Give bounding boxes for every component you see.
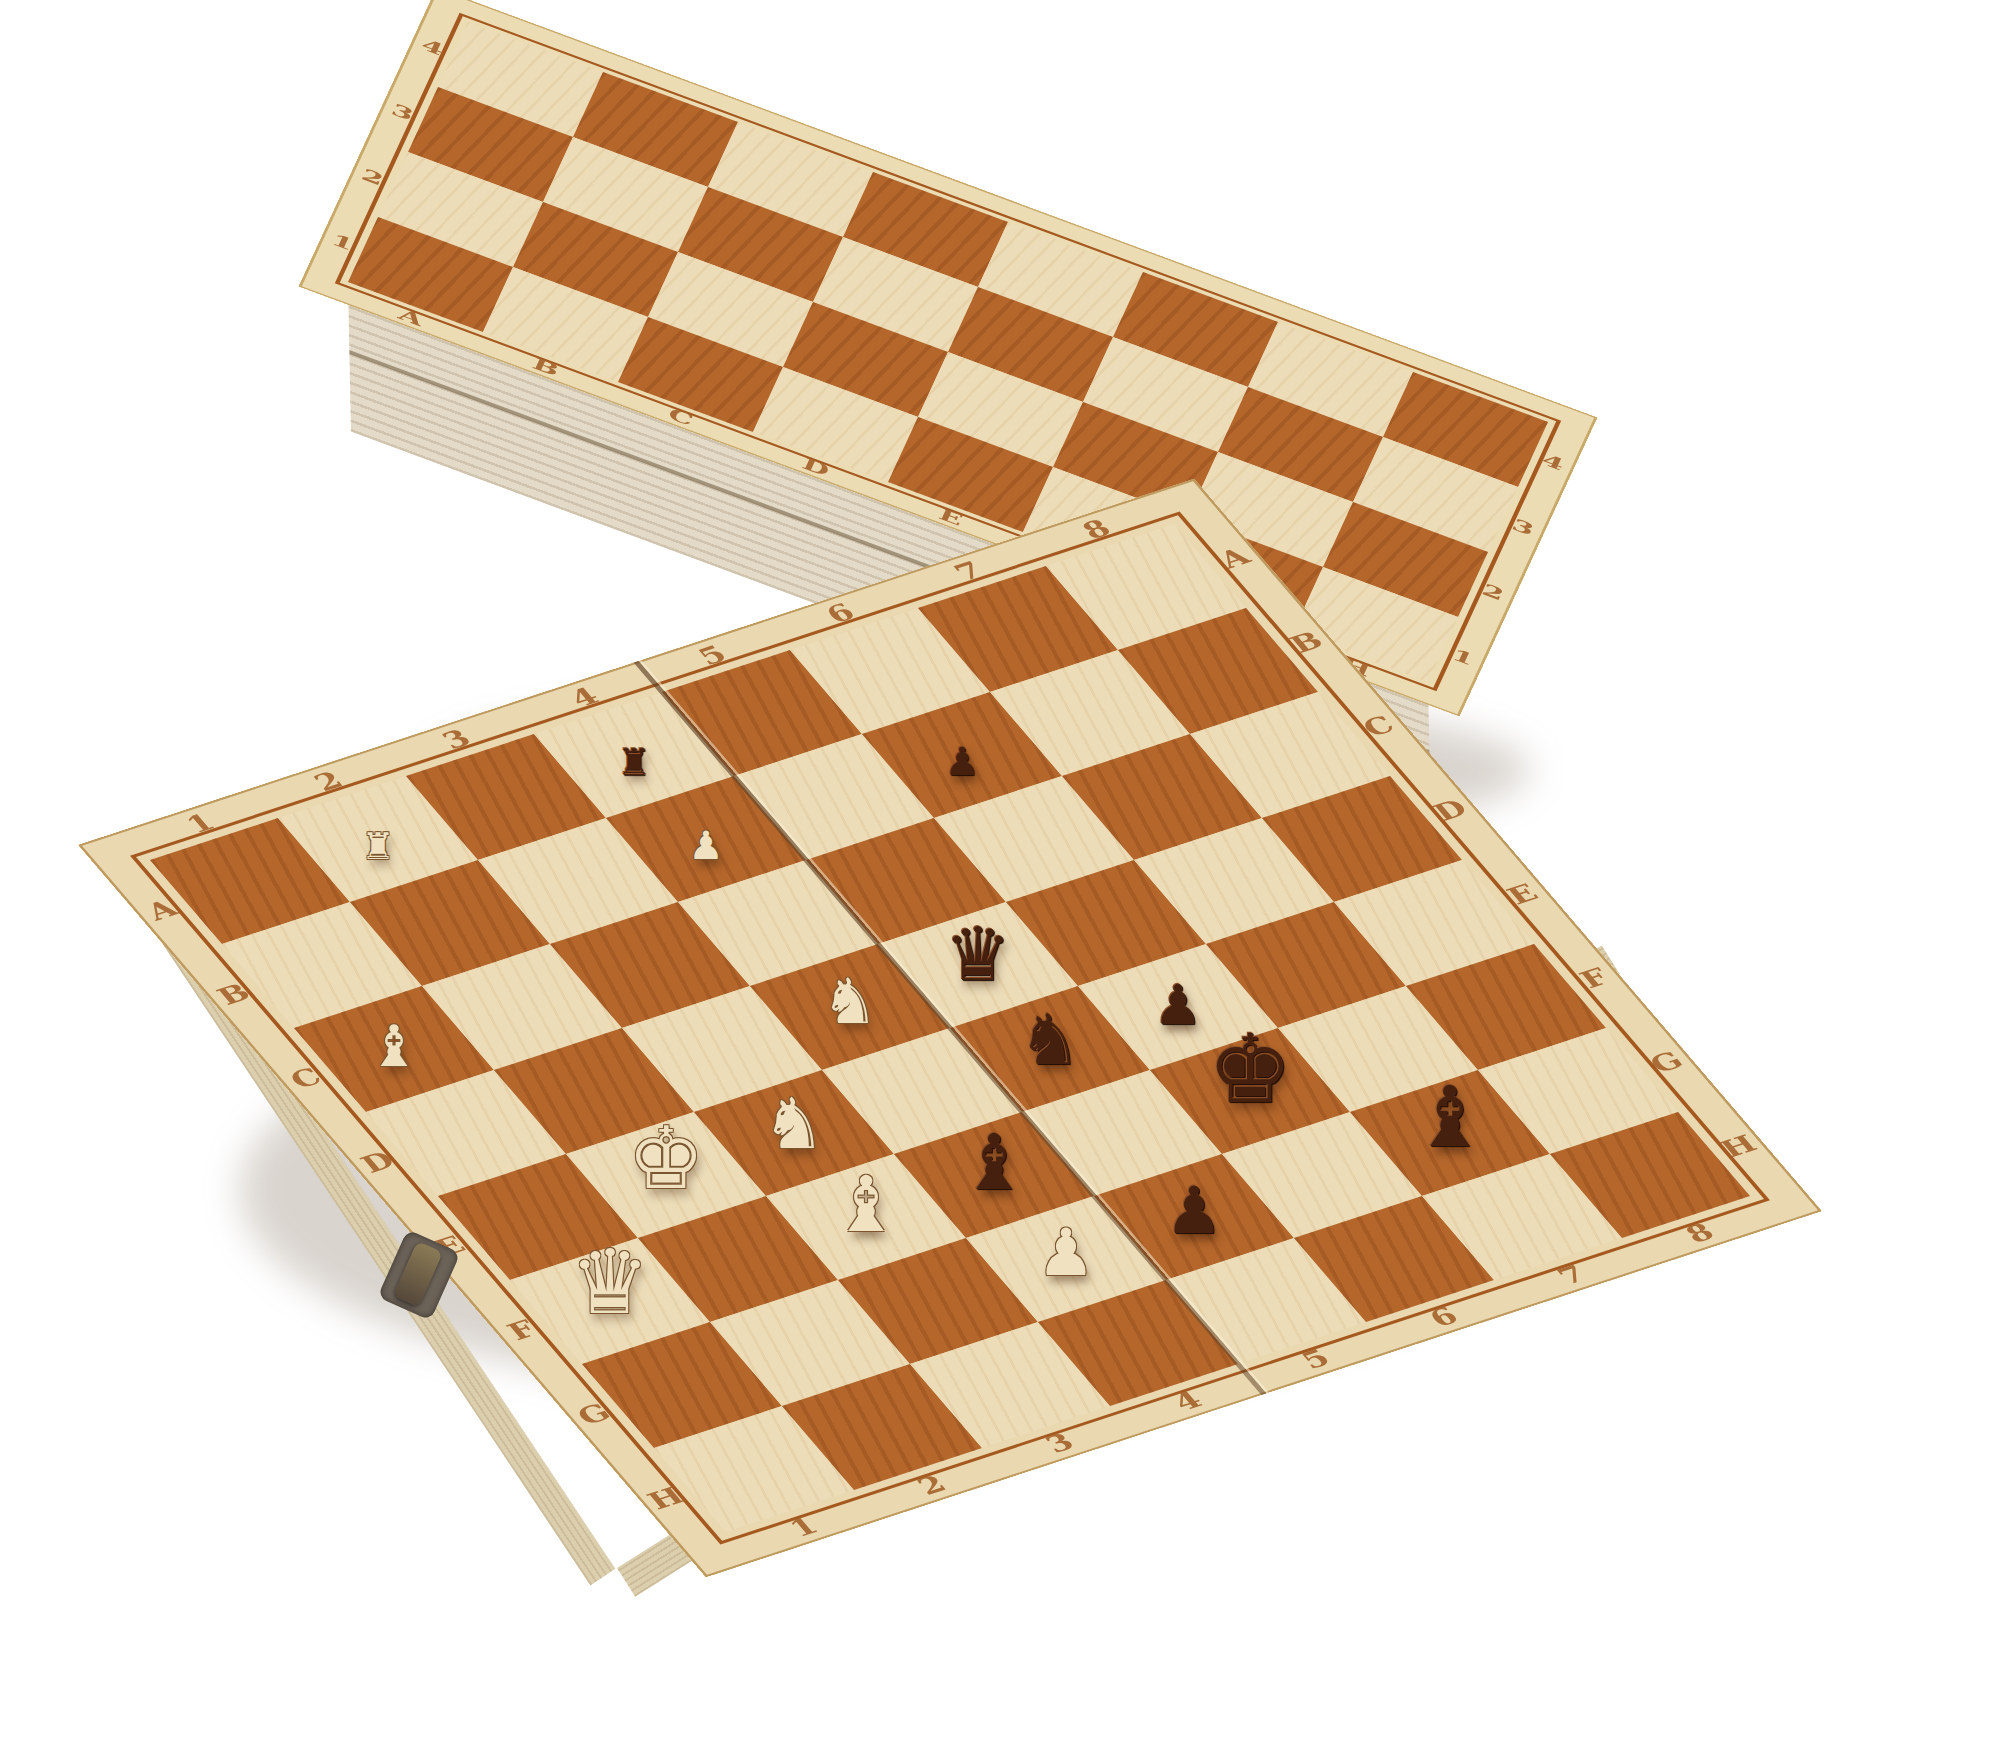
piece-white-knight[interactable]: ♞ xyxy=(822,970,878,1033)
piece-white-bishop[interactable]: ♝ xyxy=(368,1018,419,1075)
board-coordinate-label: 8 xyxy=(1075,513,1117,544)
piece-dark-bishop[interactable]: ♝ xyxy=(1412,1075,1487,1159)
piece-dark-pawn[interactable]: ♟ xyxy=(1153,978,1202,1033)
piece-white-rook[interactable]: ♜ xyxy=(361,828,394,865)
board-coordinate-label: E xyxy=(1500,878,1544,910)
piece-dark-pawn[interactable]: ♟ xyxy=(1165,1178,1223,1243)
box-lid-label: 3 xyxy=(389,100,417,125)
piece-dark-queen[interactable]: ♛ xyxy=(945,917,1011,991)
board-coordinate-label: B xyxy=(210,978,257,1011)
board-coordinate-label: 7 xyxy=(947,555,989,586)
piece-dark-bishop[interactable]: ♝ xyxy=(959,1124,1028,1201)
box-lid-label: 2 xyxy=(1479,580,1507,605)
board-coordinate-label: 3 xyxy=(435,723,477,754)
board-coordinate-label: A xyxy=(139,894,184,926)
board-coordinate-label: C xyxy=(283,1062,328,1094)
board-coordinate-label: 7 xyxy=(1551,1259,1593,1290)
box-lid-label: 1 xyxy=(329,230,357,255)
piece-dark-pawn[interactable]: ♟ xyxy=(945,742,980,781)
board-coordinate-label: 1 xyxy=(783,1511,825,1542)
board-coordinate-label: G xyxy=(1643,1046,1690,1079)
board-coordinate-label: B xyxy=(1283,626,1330,659)
board-coordinate-label: 5 xyxy=(691,639,733,670)
board-coordinate-label: 1 xyxy=(179,807,221,838)
piece-white-king[interactable]: ♚ xyxy=(627,1115,704,1201)
box-lid-label: 4 xyxy=(1539,450,1567,475)
piece-white-pawn[interactable]: ♟ xyxy=(689,826,724,865)
board-coordinate-label: D xyxy=(354,1145,402,1178)
box-lid-label: 3 xyxy=(1509,515,1537,540)
board-coordinate-label: H xyxy=(641,1481,691,1515)
piece-dark-knight[interactable]: ♞ xyxy=(1019,1005,1082,1075)
board-coordinate-label: A xyxy=(1212,542,1257,574)
board-coordinate-label: F xyxy=(500,1314,543,1346)
piece-dark-rook[interactable]: ♜ xyxy=(617,744,650,781)
board-coordinate-label: D xyxy=(1427,793,1475,826)
board-coordinate-label: H xyxy=(1713,1129,1763,1163)
board-coordinate-label: 6 xyxy=(1423,1301,1465,1332)
chess-set-photo: 43214321ABCDEFGH 1234567812345678ABCDEFG… xyxy=(0,0,2000,1740)
board-coordinate-label: 2 xyxy=(307,765,349,796)
piece-white-knight[interactable]: ♞ xyxy=(763,1089,826,1159)
piece-white-pawn[interactable]: ♟ xyxy=(1037,1220,1095,1285)
board-coordinate-label: G xyxy=(570,1397,617,1430)
board-coordinate-label: 4 xyxy=(563,681,605,712)
box-lid-label: 1 xyxy=(1449,645,1477,670)
board-coordinate-label: 3 xyxy=(1039,1427,1081,1458)
board-coordinate-label: 4 xyxy=(1167,1385,1209,1416)
box-lid-label: 4 xyxy=(419,35,447,60)
open-chessboard: 1234567812345678ABCDEFGHABCDEFGH xyxy=(78,479,1822,1578)
board-coordinate-label: 5 xyxy=(1295,1343,1337,1374)
board-coordinate-label: C xyxy=(1356,710,1401,742)
piece-dark-king[interactable]: ♚ xyxy=(1207,1022,1292,1117)
box-lid-label: 2 xyxy=(359,165,387,190)
board-coordinate-label: F xyxy=(1573,962,1616,994)
board-coordinate-label: 6 xyxy=(819,597,861,628)
board-coordinate-label: 2 xyxy=(911,1469,953,1500)
piece-white-bishop[interactable]: ♝ xyxy=(831,1166,900,1243)
board-coordinate-label: 8 xyxy=(1679,1217,1721,1248)
piece-white-queen[interactable]: ♛ xyxy=(570,1238,650,1327)
